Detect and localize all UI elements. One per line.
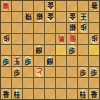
board-cell-7-2[interactable]: 飛 (23, 12, 33, 22)
board-cell-4-9[interactable] (56, 89, 66, 99)
board-cell-8-6[interactable]: 玉 (12, 56, 22, 66)
board-cell-1-4[interactable]: 歩 (89, 34, 99, 44)
board-cell-9-1[interactable]: 馬 (1, 1, 11, 11)
board-cell-8-3[interactable] (12, 23, 22, 33)
board-cell-1-2[interactable] (89, 12, 99, 22)
piece-silver-sente[interactable]: 銀 (35, 45, 44, 55)
board-cell-6-9[interactable] (34, 89, 44, 99)
board-cell-5-7[interactable] (45, 67, 55, 77)
piece-pawn-gote[interactable]: 歩 (79, 23, 88, 33)
piece-promoted-bishop-gote[interactable]: 馬 (57, 34, 66, 44)
board-cell-5-3[interactable] (45, 23, 55, 33)
piece-pawn-gote[interactable]: 歩 (90, 34, 99, 44)
piece-rook-gote[interactable]: 飛 (24, 12, 33, 22)
board-cell-4-2[interactable] (56, 12, 66, 22)
piece-gold-gote[interactable]: 金 (46, 1, 55, 11)
board-cell-4-6[interactable] (56, 56, 66, 66)
piece-pawn-sente[interactable]: 歩 (24, 56, 33, 66)
board-cell-1-6[interactable] (89, 56, 99, 66)
piece-gold-gote[interactable]: 金 (68, 12, 77, 22)
board-cell-7-7[interactable] (23, 67, 33, 77)
board-cell-8-8[interactable] (12, 78, 22, 88)
board-cell-2-4[interactable] (78, 34, 88, 44)
board-cell-8-1[interactable] (12, 1, 22, 11)
board-cell-4-3[interactable] (56, 23, 66, 33)
board-cell-3-6[interactable] (67, 56, 77, 66)
board-cell-7-5[interactable] (23, 45, 33, 55)
board-cell-9-2[interactable] (1, 12, 11, 22)
board-cell-3-4[interactable]: 龍 (67, 34, 77, 44)
board-cell-9-7[interactable] (1, 67, 11, 77)
board-cell-3-1[interactable] (67, 1, 77, 11)
piece-silver-gote[interactable]: 銀 (68, 23, 77, 33)
board-cell-2-7[interactable]: 歩 (78, 67, 88, 77)
board-cell-5-9[interactable] (45, 89, 55, 99)
board-cell-8-4[interactable] (12, 34, 22, 44)
board-cell-7-6[interactable]: 歩 (23, 56, 33, 66)
board-cell-7-4[interactable] (23, 34, 33, 44)
board-cell-8-7[interactable]: 歩 (12, 67, 22, 77)
board-cell-3-5[interactable]: 歩 (67, 45, 77, 55)
board-cell-9-3[interactable] (1, 23, 11, 33)
board-cell-8-5[interactable] (12, 45, 22, 55)
board-cell-9-6[interactable]: 歩 (1, 56, 11, 66)
board-cell-9-4[interactable]: 歩 (1, 34, 11, 44)
piece-promoted-rook-gote[interactable]: 龍 (68, 34, 77, 44)
board-cell-6-2[interactable]: 銀 (34, 12, 44, 22)
board-cell-3-9[interactable] (67, 89, 77, 99)
board-cell-5-5[interactable] (45, 45, 55, 55)
board-cell-1-5[interactable] (89, 45, 99, 55)
piece-silver-gote[interactable]: 銀 (35, 12, 44, 22)
piece-silver-sente[interactable]: 銀 (46, 56, 55, 66)
board-cell-6-8[interactable] (34, 78, 44, 88)
board-cell-5-1[interactable]: 金 (45, 1, 55, 11)
board-cell-4-5[interactable] (56, 45, 66, 55)
board-cell-8-2[interactable] (12, 12, 22, 22)
board-cell-9-8[interactable] (1, 78, 11, 88)
piece-tokin-gote[interactable]: と (35, 67, 44, 77)
board-cell-7-8[interactable] (23, 78, 33, 88)
board-cell-9-9[interactable]: 香 (1, 89, 11, 99)
board-cell-6-4[interactable] (34, 34, 44, 44)
piece-knight-sente[interactable]: 桂 (13, 89, 22, 99)
board-cell-6-1[interactable] (34, 1, 44, 11)
board-cell-2-2[interactable]: 王 (78, 12, 88, 22)
board-cell-9-5[interactable] (1, 45, 11, 55)
board-cell-3-3[interactable]: 銀 (67, 23, 77, 33)
board-cell-1-9[interactable]: 香 (89, 89, 99, 99)
piece-knight-sente[interactable]: 桂 (79, 89, 88, 99)
piece-pawn-gote[interactable]: 歩 (2, 34, 11, 44)
board-cell-4-8[interactable] (56, 78, 66, 88)
board-cell-2-3[interactable]: 歩 (78, 23, 88, 33)
board-cell-1-8[interactable] (89, 78, 99, 88)
board-cell-7-9[interactable] (23, 89, 33, 99)
piece-pawn-sente[interactable]: 歩 (13, 67, 22, 77)
board-cell-4-7[interactable] (56, 67, 66, 77)
board-cell-1-1[interactable]: 香 (89, 1, 99, 11)
board-cell-2-8[interactable] (78, 78, 88, 88)
piece-pawn-sente[interactable]: 歩 (90, 67, 99, 77)
board-cell-3-8[interactable] (67, 78, 77, 88)
piece-pawn-sente[interactable]: 歩 (79, 67, 88, 77)
board-cell-7-3[interactable] (23, 23, 33, 33)
board-cell-8-9[interactable]: 桂 (12, 89, 22, 99)
board-cell-4-4[interactable]: 馬 (56, 34, 66, 44)
piece-lance-gote[interactable]: 香 (90, 1, 99, 11)
piece-lance-sente[interactable]: 香 (2, 89, 11, 99)
board-cell-5-2[interactable]: 金 (45, 12, 55, 22)
board-cell-6-3[interactable] (34, 23, 44, 33)
board-cell-2-6[interactable] (78, 56, 88, 66)
piece-pawn-sente[interactable]: 歩 (68, 45, 77, 55)
board-cell-5-4[interactable] (45, 34, 55, 44)
piece-pawn-sente[interactable]: 歩 (2, 56, 11, 66)
board-cell-5-8[interactable] (45, 78, 55, 88)
board-cell-3-7[interactable] (67, 67, 77, 77)
piece-lance-sente[interactable]: 香 (90, 89, 99, 99)
board-cell-1-3[interactable] (89, 23, 99, 33)
board-cell-6-7[interactable]: と (34, 67, 44, 77)
board-cell-2-1[interactable] (78, 1, 88, 11)
shogi-board: 馬金香飛銀金金王銀歩歩馬龍歩銀歩歩玉歩銀歩と歩歩香桂桂香 (0, 0, 100, 100)
board-cell-1-7[interactable]: 歩 (89, 67, 99, 77)
board-cell-5-6[interactable]: 銀 (45, 56, 55, 66)
piece-king-sente-sente[interactable]: 玉 (13, 56, 22, 66)
board-cell-6-6[interactable] (34, 56, 44, 66)
piece-king-gote-gote[interactable]: 王 (79, 12, 88, 22)
board-cell-2-9[interactable]: 桂 (78, 89, 88, 99)
board-cell-6-5[interactable]: 銀 (34, 45, 44, 55)
piece-promoted-bishop-sente[interactable]: 馬 (2, 1, 11, 11)
board-cell-7-1[interactable] (23, 1, 33, 11)
board-cell-2-5[interactable] (78, 45, 88, 55)
board-cell-3-2[interactable]: 金 (67, 12, 77, 22)
board-cell-4-1[interactable] (56, 1, 66, 11)
piece-gold-gote[interactable]: 金 (46, 12, 55, 22)
